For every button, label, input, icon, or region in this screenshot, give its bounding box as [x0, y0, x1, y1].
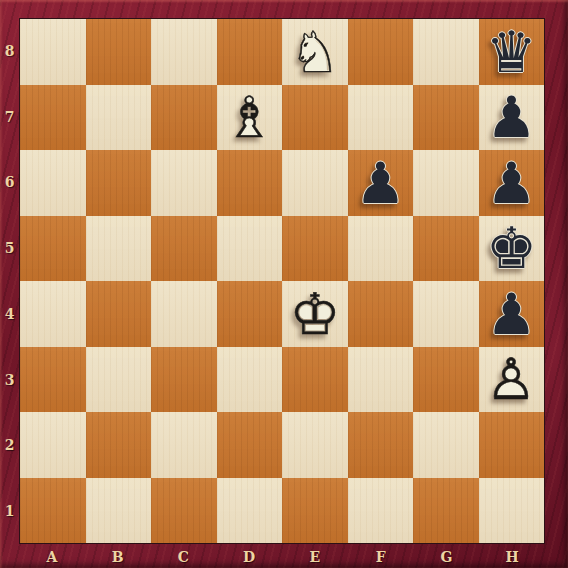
- square-b1[interactable]: [86, 478, 152, 544]
- square-h7[interactable]: ♟: [479, 85, 545, 151]
- square-c2[interactable]: [151, 412, 217, 478]
- square-g4[interactable]: [413, 281, 479, 347]
- square-a3[interactable]: [20, 347, 86, 413]
- file-label-h: H: [479, 545, 545, 568]
- square-e4[interactable]: ♚♔: [282, 281, 348, 347]
- square-e3[interactable]: [282, 347, 348, 413]
- file-label-a: A: [19, 545, 85, 568]
- white-knight[interactable]: ♞♘: [282, 19, 348, 85]
- square-f6[interactable]: ♟: [348, 150, 414, 216]
- chess-board-frame: 87654321 ♞♘♛♝♗♟♟♟♚♚♔♟♟♙ ABCDEFGH: [0, 0, 568, 568]
- square-g2[interactable]: [413, 412, 479, 478]
- square-e7[interactable]: [282, 85, 348, 151]
- square-h1[interactable]: [479, 478, 545, 544]
- square-f2[interactable]: [348, 412, 414, 478]
- black-pawn[interactable]: ♟: [479, 281, 545, 347]
- square-f7[interactable]: [348, 85, 414, 151]
- square-c5[interactable]: [151, 216, 217, 282]
- square-a1[interactable]: [20, 478, 86, 544]
- chess-board: ♞♘♛♝♗♟♟♟♚♚♔♟♟♙: [19, 18, 545, 544]
- square-f3[interactable]: [348, 347, 414, 413]
- square-d1[interactable]: [217, 478, 283, 544]
- square-c1[interactable]: [151, 478, 217, 544]
- square-d6[interactable]: [217, 150, 283, 216]
- black-pawn[interactable]: ♟: [479, 85, 545, 151]
- square-g7[interactable]: [413, 85, 479, 151]
- square-g5[interactable]: [413, 216, 479, 282]
- white-bishop[interactable]: ♝♗: [217, 85, 283, 151]
- rank-label-5: 5: [0, 215, 19, 281]
- square-a2[interactable]: [20, 412, 86, 478]
- rank-label-6: 6: [0, 150, 19, 216]
- square-e5[interactable]: [282, 216, 348, 282]
- rank-label-8: 8: [0, 18, 19, 84]
- square-a6[interactable]: [20, 150, 86, 216]
- square-b8[interactable]: [86, 19, 152, 85]
- square-h5[interactable]: ♚: [479, 216, 545, 282]
- square-d3[interactable]: [217, 347, 283, 413]
- file-labels: ABCDEFGH: [19, 545, 545, 568]
- square-b5[interactable]: [86, 216, 152, 282]
- square-a7[interactable]: [20, 85, 86, 151]
- square-f5[interactable]: [348, 216, 414, 282]
- square-a8[interactable]: [20, 19, 86, 85]
- square-g3[interactable]: [413, 347, 479, 413]
- rank-label-3: 3: [0, 347, 19, 413]
- square-d8[interactable]: [217, 19, 283, 85]
- white-pawn[interactable]: ♟♙: [479, 347, 545, 413]
- square-h6[interactable]: ♟: [479, 150, 545, 216]
- black-pawn-glyph: ♟: [486, 85, 537, 149]
- square-h3[interactable]: ♟♙: [479, 347, 545, 413]
- square-e6[interactable]: [282, 150, 348, 216]
- square-c7[interactable]: [151, 85, 217, 151]
- square-g8[interactable]: [413, 19, 479, 85]
- square-b3[interactable]: [86, 347, 152, 413]
- square-a5[interactable]: [20, 216, 86, 282]
- file-label-c: C: [151, 545, 217, 568]
- square-e8[interactable]: ♞♘: [282, 19, 348, 85]
- square-d7[interactable]: ♝♗: [217, 85, 283, 151]
- square-e2[interactable]: [282, 412, 348, 478]
- black-pawn-glyph: ♟: [355, 151, 406, 215]
- square-b4[interactable]: [86, 281, 152, 347]
- black-pawn[interactable]: ♟: [479, 150, 545, 216]
- square-h8[interactable]: ♛: [479, 19, 545, 85]
- square-f4[interactable]: [348, 281, 414, 347]
- white-king[interactable]: ♚♔: [282, 281, 348, 347]
- square-d2[interactable]: [217, 412, 283, 478]
- file-label-g: G: [414, 545, 480, 568]
- square-b6[interactable]: [86, 150, 152, 216]
- square-b2[interactable]: [86, 412, 152, 478]
- square-c6[interactable]: [151, 150, 217, 216]
- square-c8[interactable]: [151, 19, 217, 85]
- square-g1[interactable]: [413, 478, 479, 544]
- rank-label-7: 7: [0, 84, 19, 150]
- square-h2[interactable]: [479, 412, 545, 478]
- rank-label-2: 2: [0, 413, 19, 479]
- file-label-f: F: [348, 545, 414, 568]
- file-label-b: B: [85, 545, 151, 568]
- black-pawn[interactable]: ♟: [348, 150, 414, 216]
- square-d4[interactable]: [217, 281, 283, 347]
- square-b7[interactable]: [86, 85, 152, 151]
- square-h4[interactable]: ♟: [479, 281, 545, 347]
- square-d5[interactable]: [217, 216, 283, 282]
- rank-label-1: 1: [0, 478, 19, 544]
- rank-label-4: 4: [0, 281, 19, 347]
- square-c4[interactable]: [151, 281, 217, 347]
- square-a4[interactable]: [20, 281, 86, 347]
- white-king-outline: ♔: [289, 282, 340, 346]
- square-f1[interactable]: [348, 478, 414, 544]
- black-pawn-glyph: ♟: [486, 151, 537, 215]
- rank-labels: 87654321: [0, 18, 19, 544]
- file-label-d: D: [216, 545, 282, 568]
- white-bishop-outline: ♗: [224, 85, 275, 149]
- black-king[interactable]: ♚: [479, 216, 545, 282]
- black-king-glyph: ♚: [486, 216, 537, 280]
- square-g6[interactable]: [413, 150, 479, 216]
- white-pawn-outline: ♙: [486, 347, 537, 411]
- file-label-e: E: [282, 545, 348, 568]
- black-queen-glyph: ♛: [486, 20, 537, 84]
- black-queen[interactable]: ♛: [479, 19, 545, 85]
- white-knight-outline: ♘: [289, 20, 340, 84]
- square-e1[interactable]: [282, 478, 348, 544]
- black-pawn-glyph: ♟: [486, 282, 537, 346]
- square-f8[interactable]: [348, 19, 414, 85]
- square-c3[interactable]: [151, 347, 217, 413]
